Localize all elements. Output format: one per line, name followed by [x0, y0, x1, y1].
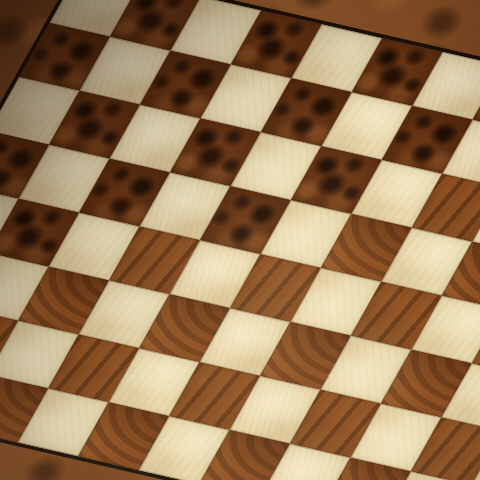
chess-board	[0, 0, 480, 480]
chessboard-photo	[0, 0, 480, 480]
chess-board-grid	[0, 0, 480, 480]
